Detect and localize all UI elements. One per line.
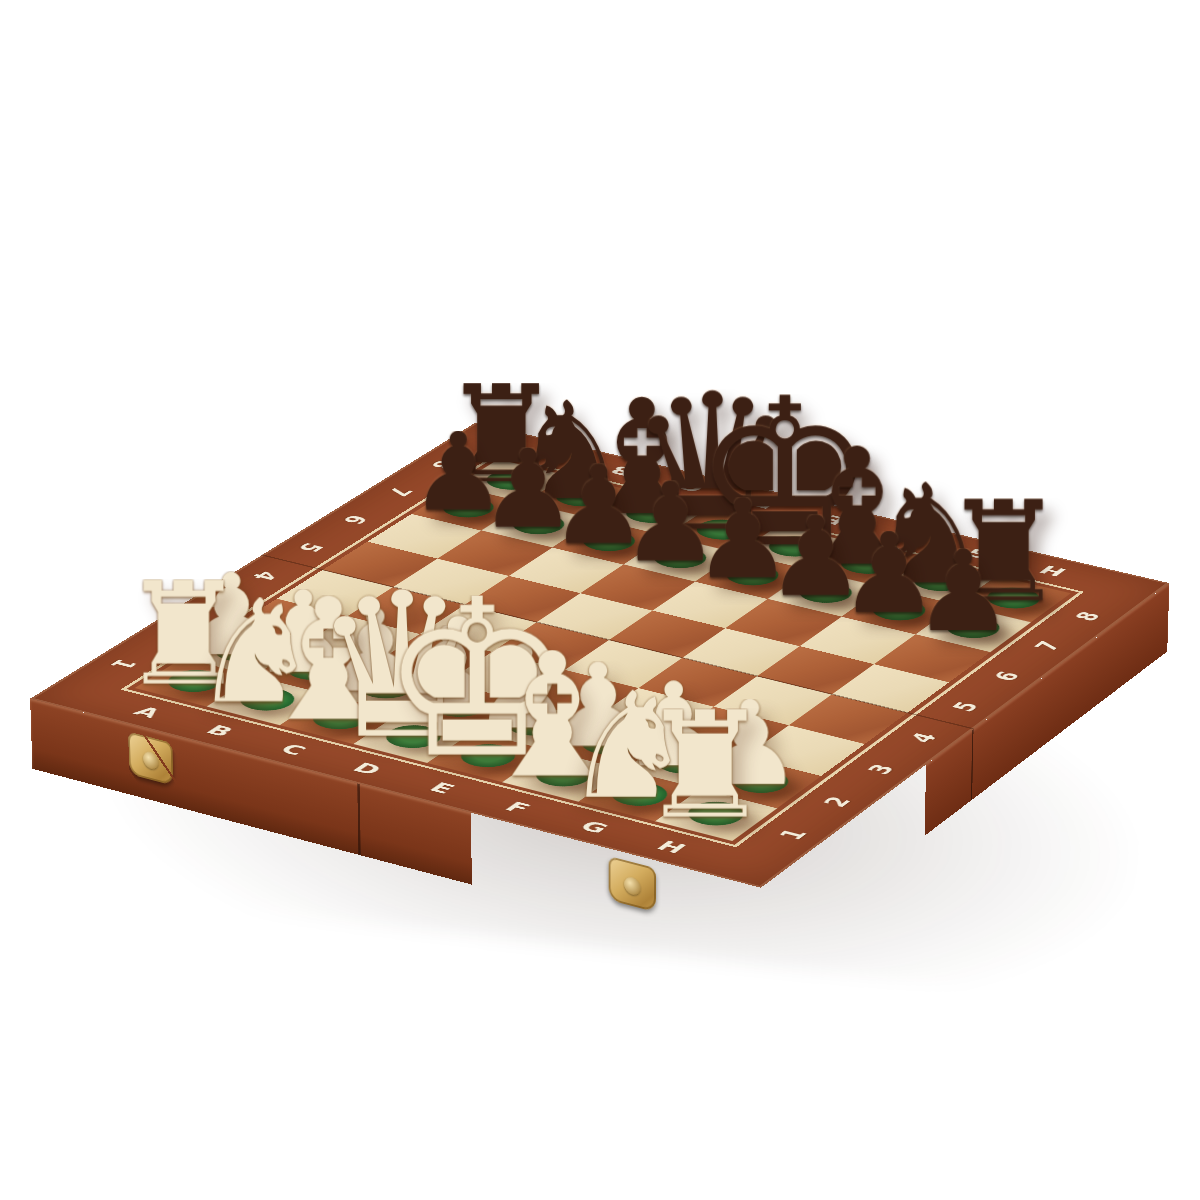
square-h1[interactable]: ♜ [655,789,777,841]
photo-scene: ABCDEFGH ABCDEFGH 12345678 12345678 ♜♞♝♛… [0,0,1200,1200]
brass-latch-left [128,731,173,785]
fold-seam-front-face [357,783,361,855]
square-h7[interactable]: ♟ [916,605,1031,652]
brass-latch-right [609,856,656,912]
white-rook[interactable]: ♜ [569,708,842,823]
fold-seam-right-face [971,729,974,801]
